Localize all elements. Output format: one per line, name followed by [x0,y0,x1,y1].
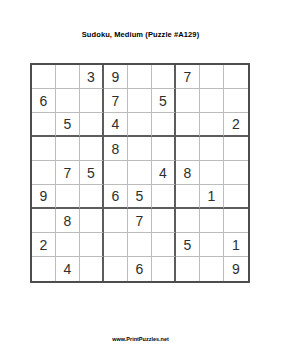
sudoku-cell-empty [32,257,56,281]
sudoku-cell-empty [128,161,152,185]
sudoku-cell-given: 7 [56,161,80,185]
sudoku-cell-empty [224,65,248,89]
sudoku-cell-empty [200,137,224,161]
sudoku-cell-empty [104,209,128,233]
sudoku-cell-empty [32,65,56,89]
sudoku-cell-empty [176,113,200,137]
sudoku-cell-given: 6 [32,89,56,113]
sudoku-cell-empty [56,65,80,89]
sudoku-cell-empty [176,89,200,113]
sudoku-cell-empty [128,113,152,137]
sudoku-cell-given: 6 [128,257,152,281]
sudoku-cell-given: 6 [104,185,128,209]
sudoku-cell-given: 9 [224,257,248,281]
sudoku-cell-empty [104,257,128,281]
sudoku-cell-empty [200,113,224,137]
sudoku-cell-empty [56,233,80,257]
sudoku-cell-given: 2 [32,233,56,257]
sudoku-cell-empty [32,137,56,161]
sudoku-cell-given: 9 [104,65,128,89]
sudoku-cell-empty [200,89,224,113]
sudoku-cell-empty [224,185,248,209]
sudoku-cell-given: 8 [104,137,128,161]
footer-site-url: www.PrintPuzzles.net [0,336,281,342]
sudoku-cell-given: 3 [80,65,104,89]
sudoku-cell-given: 7 [104,89,128,113]
sudoku-cell-empty [128,137,152,161]
sudoku-cell-empty [80,185,104,209]
sudoku-cell-empty [152,185,176,209]
sudoku-cell-empty [80,89,104,113]
sudoku-cell-empty [200,65,224,89]
sudoku-cell-empty [80,137,104,161]
sudoku-cell-empty [200,209,224,233]
sudoku-cell-empty [152,137,176,161]
sudoku-cell-given: 4 [152,161,176,185]
sudoku-cell-empty [80,257,104,281]
sudoku-cell-given: 5 [176,233,200,257]
sudoku-cell-given: 7 [176,65,200,89]
sudoku-cell-empty [32,161,56,185]
sudoku-cell-empty [176,209,200,233]
sudoku-cell-empty [80,113,104,137]
sudoku-cell-empty [176,185,200,209]
sudoku-cell-empty [80,233,104,257]
sudoku-cell-empty [104,233,128,257]
sudoku-cell-given: 5 [152,89,176,113]
sudoku-cell-empty [200,257,224,281]
sudoku-cell-empty [152,113,176,137]
sudoku-cell-given: 1 [200,185,224,209]
sudoku-cell-empty [176,137,200,161]
sudoku-page: Sudoku, Medium (Puzzle #A129) 3976755428… [0,0,281,363]
sudoku-cell-empty [128,89,152,113]
sudoku-cell-empty [32,113,56,137]
sudoku-cell-empty [104,161,128,185]
sudoku-cell-given: 7 [128,209,152,233]
sudoku-cell-empty [80,209,104,233]
sudoku-cell-given: 5 [80,161,104,185]
sudoku-cell-empty [152,65,176,89]
sudoku-cell-given: 4 [104,113,128,137]
sudoku-cell-empty [200,233,224,257]
sudoku-cell-given: 1 [224,233,248,257]
sudoku-cell-empty [224,209,248,233]
sudoku-cell-empty [32,209,56,233]
sudoku-cell-empty [176,257,200,281]
sudoku-cell-empty [224,137,248,161]
sudoku-cell-given: 8 [56,209,80,233]
sudoku-cell-given: 5 [56,113,80,137]
sudoku-cell-empty [128,233,152,257]
sudoku-cell-empty [224,89,248,113]
sudoku-cell-empty [56,137,80,161]
page-title: Sudoku, Medium (Puzzle #A129) [0,30,281,39]
sudoku-cell-empty [152,209,176,233]
sudoku-cell-given: 4 [56,257,80,281]
sudoku-cell-empty [56,185,80,209]
sudoku-cell-empty [56,89,80,113]
sudoku-cell-empty [152,233,176,257]
sudoku-cell-empty [224,161,248,185]
sudoku-cell-given: 9 [32,185,56,209]
sudoku-cell-given: 5 [128,185,152,209]
sudoku-cell-given: 2 [224,113,248,137]
sudoku-cell-given: 8 [176,161,200,185]
sudoku-cell-empty [152,257,176,281]
sudoku-cell-empty [200,161,224,185]
sudoku-cell-empty [128,65,152,89]
sudoku-board: 39767554287548965187251469 [30,63,250,283]
